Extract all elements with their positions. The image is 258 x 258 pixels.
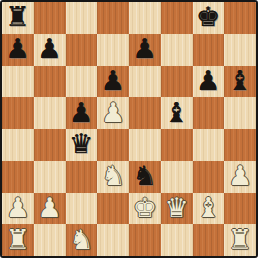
square-b5[interactable]: [34, 97, 66, 129]
square-b2[interactable]: ♟: [34, 193, 66, 225]
square-g5[interactable]: [193, 97, 225, 129]
square-e7[interactable]: ♟: [129, 34, 161, 66]
square-d7[interactable]: [97, 34, 129, 66]
square-e8[interactable]: [129, 2, 161, 34]
piece-white-pawn[interactable]: ♟: [101, 99, 125, 126]
square-d3[interactable]: ♞: [97, 161, 129, 193]
square-f3[interactable]: [161, 161, 193, 193]
square-b4[interactable]: [34, 129, 66, 161]
piece-white-pawn[interactable]: ♟: [38, 194, 62, 221]
square-e4[interactable]: [129, 129, 161, 161]
square-c8[interactable]: [66, 2, 98, 34]
square-a3[interactable]: [2, 161, 34, 193]
square-a4[interactable]: [2, 129, 34, 161]
piece-white-bishop[interactable]: ♝: [196, 194, 220, 221]
square-d6[interactable]: ♟: [97, 66, 129, 98]
square-h1[interactable]: ♜: [224, 224, 256, 256]
square-g3[interactable]: [193, 161, 225, 193]
square-f8[interactable]: [161, 2, 193, 34]
square-b6[interactable]: [34, 66, 66, 98]
square-b1[interactable]: [34, 224, 66, 256]
piece-white-knight[interactable]: ♞: [101, 162, 125, 189]
square-g7[interactable]: [193, 34, 225, 66]
square-c6[interactable]: [66, 66, 98, 98]
square-d8[interactable]: [97, 2, 129, 34]
piece-white-pawn[interactable]: ♟: [228, 162, 252, 189]
square-g4[interactable]: [193, 129, 225, 161]
square-h4[interactable]: [224, 129, 256, 161]
piece-black-pawn[interactable]: ♟: [133, 35, 157, 62]
square-d4[interactable]: [97, 129, 129, 161]
square-h8[interactable]: [224, 2, 256, 34]
square-f4[interactable]: [161, 129, 193, 161]
piece-black-pawn[interactable]: ♟: [6, 35, 30, 62]
square-g2[interactable]: ♝: [193, 193, 225, 225]
piece-black-pawn[interactable]: ♟: [196, 67, 220, 94]
chess-board: ♜♚♟♟♟♟♟♝♟♟♝♛♞♞♟♟♟♚♛♝♜♞♜: [0, 0, 258, 258]
square-g6[interactable]: ♟: [193, 66, 225, 98]
square-f7[interactable]: [161, 34, 193, 66]
square-b8[interactable]: [34, 2, 66, 34]
square-h7[interactable]: [224, 34, 256, 66]
piece-black-king[interactable]: ♚: [196, 3, 220, 30]
square-a6[interactable]: [2, 66, 34, 98]
piece-white-king[interactable]: ♚: [133, 194, 157, 221]
square-d5[interactable]: ♟: [97, 97, 129, 129]
square-f5[interactable]: ♝: [161, 97, 193, 129]
square-e3[interactable]: ♞: [129, 161, 161, 193]
piece-white-rook[interactable]: ♜: [228, 226, 252, 253]
square-b3[interactable]: [34, 161, 66, 193]
square-a7[interactable]: ♟: [2, 34, 34, 66]
square-c7[interactable]: [66, 34, 98, 66]
square-h5[interactable]: [224, 97, 256, 129]
square-d2[interactable]: [97, 193, 129, 225]
square-a8[interactable]: ♜: [2, 2, 34, 34]
square-h2[interactable]: [224, 193, 256, 225]
square-d1[interactable]: [97, 224, 129, 256]
square-e2[interactable]: ♚: [129, 193, 161, 225]
square-b7[interactable]: ♟: [34, 34, 66, 66]
piece-white-pawn[interactable]: ♟: [6, 194, 30, 221]
square-c3[interactable]: [66, 161, 98, 193]
square-c4[interactable]: ♛: [66, 129, 98, 161]
square-h3[interactable]: ♟: [224, 161, 256, 193]
square-a1[interactable]: ♜: [2, 224, 34, 256]
piece-black-pawn[interactable]: ♟: [69, 99, 93, 126]
piece-white-rook[interactable]: ♜: [6, 226, 30, 253]
square-c2[interactable]: [66, 193, 98, 225]
square-e5[interactable]: [129, 97, 161, 129]
piece-black-knight[interactable]: ♞: [133, 162, 157, 189]
square-g8[interactable]: ♚: [193, 2, 225, 34]
square-h6[interactable]: ♝: [224, 66, 256, 98]
piece-black-queen[interactable]: ♛: [69, 130, 93, 157]
square-e1[interactable]: [129, 224, 161, 256]
chess-board-wrapper: ♜♚♟♟♟♟♟♝♟♟♝♛♞♞♟♟♟♚♛♝♜♞♜: [0, 0, 258, 258]
piece-white-queen[interactable]: ♛: [165, 194, 189, 221]
square-a2[interactable]: ♟: [2, 193, 34, 225]
square-f6[interactable]: [161, 66, 193, 98]
piece-black-bishop[interactable]: ♝: [165, 99, 189, 126]
piece-black-rook[interactable]: ♜: [6, 3, 30, 30]
square-e6[interactable]: [129, 66, 161, 98]
piece-black-pawn[interactable]: ♟: [101, 67, 125, 94]
piece-white-knight[interactable]: ♞: [69, 226, 93, 253]
square-g1[interactable]: [193, 224, 225, 256]
square-a5[interactable]: [2, 97, 34, 129]
square-f2[interactable]: ♛: [161, 193, 193, 225]
square-c5[interactable]: ♟: [66, 97, 98, 129]
piece-black-pawn[interactable]: ♟: [38, 35, 62, 62]
piece-black-bishop[interactable]: ♝: [228, 67, 252, 94]
square-c1[interactable]: ♞: [66, 224, 98, 256]
square-f1[interactable]: [161, 224, 193, 256]
